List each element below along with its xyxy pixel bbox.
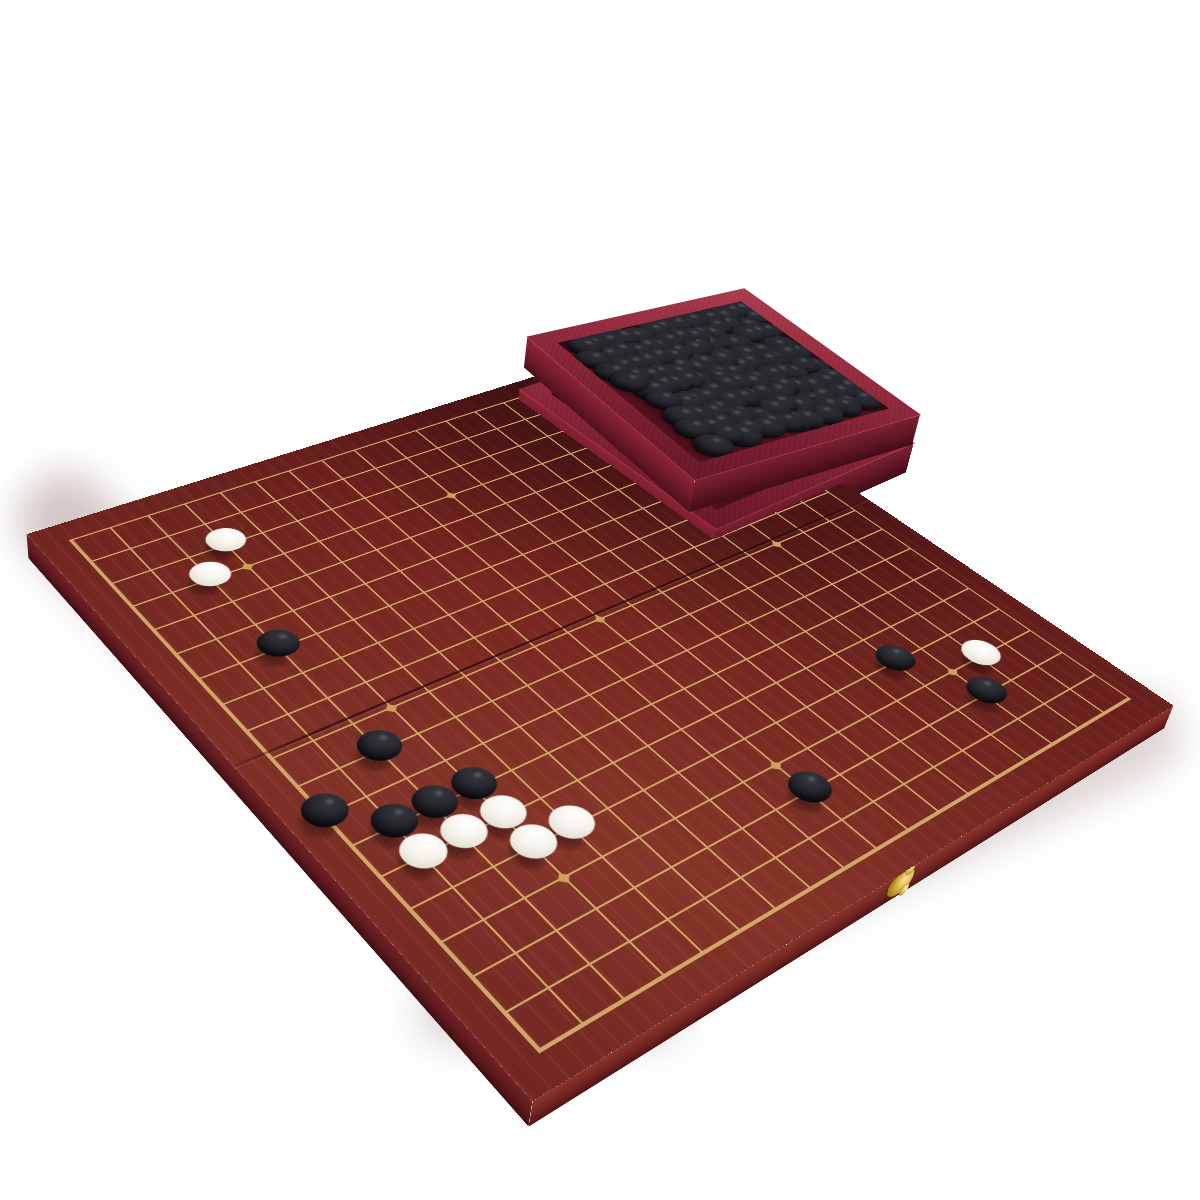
black-stone[interactable]: [867, 640, 923, 675]
board-surface: [27, 344, 1174, 1101]
black-stone[interactable]: [348, 724, 411, 766]
black-stone[interactable]: [249, 625, 308, 662]
black-stone-pile: [741, 301, 889, 408]
stones-layer: [41, 345, 1160, 1077]
scene: [0, 0, 1200, 1200]
white-stone[interactable]: [182, 557, 239, 591]
white-stone[interactable]: [198, 524, 253, 556]
black-stone[interactable]: [779, 766, 841, 809]
black-stone[interactable]: [958, 672, 1015, 709]
product-photo-stage: Folding 19x19 go board with dark cherry …: [0, 0, 1200, 1200]
go-board: [27, 344, 1174, 1101]
white-stone[interactable]: [953, 635, 1008, 670]
